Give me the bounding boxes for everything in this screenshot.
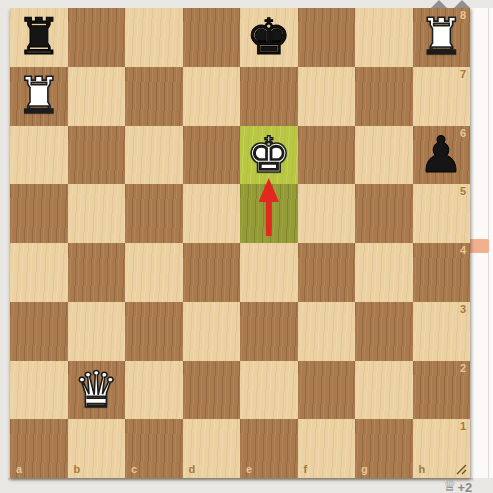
square-b6[interactable] xyxy=(68,126,126,185)
square-a3[interactable] xyxy=(10,302,68,361)
square-e7[interactable] xyxy=(240,67,298,126)
square-d5[interactable] xyxy=(183,184,241,243)
page-margin-bottom: ♕ +2 xyxy=(0,478,493,493)
file-label-c: c xyxy=(131,464,137,475)
square-f2[interactable] xyxy=(298,361,356,420)
piece-white-rook[interactable]: ♜ xyxy=(419,12,464,62)
square-g5[interactable] xyxy=(355,184,413,243)
square-h6[interactable]: ♟6 xyxy=(413,126,471,185)
square-a2[interactable] xyxy=(10,361,68,420)
file-label-d: d xyxy=(189,464,196,475)
move-list-highlight[interactable] xyxy=(470,239,489,253)
square-c3[interactable] xyxy=(125,302,183,361)
square-e4[interactable] xyxy=(240,243,298,302)
side-panel xyxy=(470,8,493,478)
square-f3[interactable] xyxy=(298,302,356,361)
square-b7[interactable] xyxy=(68,67,126,126)
material-advantage: ♕ +2 xyxy=(443,479,472,493)
captured-queen-icon: ♕ xyxy=(443,479,456,493)
material-advantage-value: +2 xyxy=(457,479,472,493)
square-g8[interactable] xyxy=(355,8,413,67)
square-g4[interactable] xyxy=(355,243,413,302)
square-h5[interactable]: 5 xyxy=(413,184,471,243)
square-a7[interactable]: ♜ xyxy=(10,67,68,126)
file-label-b: b xyxy=(74,464,81,475)
piece-white-king[interactable]: ♚ xyxy=(246,130,291,180)
file-label-g: g xyxy=(361,464,368,475)
square-h3[interactable]: 3 xyxy=(413,302,471,361)
square-f4[interactable] xyxy=(298,243,356,302)
square-b1[interactable]: b xyxy=(68,419,126,478)
square-d3[interactable] xyxy=(183,302,241,361)
square-g3[interactable] xyxy=(355,302,413,361)
square-b3[interactable] xyxy=(68,302,126,361)
square-c2[interactable] xyxy=(125,361,183,420)
rank-label-7: 7 xyxy=(460,69,466,80)
square-c6[interactable] xyxy=(125,126,183,185)
page-margin-top xyxy=(0,0,493,8)
chess-board[interactable]: ♜♚♜8♜7♚♟6543♛2abcdefgh1 xyxy=(10,8,470,478)
cutoff-piece-icon xyxy=(430,0,448,8)
square-d1[interactable]: d xyxy=(183,419,241,478)
square-c4[interactable] xyxy=(125,243,183,302)
square-d7[interactable] xyxy=(183,67,241,126)
rank-label-5: 5 xyxy=(460,186,466,197)
square-g2[interactable] xyxy=(355,361,413,420)
square-g7[interactable] xyxy=(355,67,413,126)
file-label-a: a xyxy=(16,464,22,475)
square-e6[interactable]: ♚ xyxy=(240,126,298,185)
square-c8[interactable] xyxy=(125,8,183,67)
square-f6[interactable] xyxy=(298,126,356,185)
square-a6[interactable] xyxy=(10,126,68,185)
square-c5[interactable] xyxy=(125,184,183,243)
piece-black-pawn[interactable]: ♟ xyxy=(419,130,464,180)
square-g1[interactable]: g xyxy=(355,419,413,478)
square-c7[interactable] xyxy=(125,67,183,126)
square-c1[interactable]: c xyxy=(125,419,183,478)
piece-white-rook[interactable]: ♜ xyxy=(16,71,61,121)
rank-label-2: 2 xyxy=(460,363,466,374)
square-e1[interactable]: e xyxy=(240,419,298,478)
square-f7[interactable] xyxy=(298,67,356,126)
piece-black-rook[interactable]: ♜ xyxy=(16,12,61,62)
file-label-f: f xyxy=(304,464,308,475)
piece-black-king[interactable]: ♚ xyxy=(246,12,291,62)
square-f8[interactable] xyxy=(298,8,356,67)
square-h2[interactable]: 2 xyxy=(413,361,471,420)
square-e5[interactable] xyxy=(240,184,298,243)
square-e8[interactable]: ♚ xyxy=(240,8,298,67)
square-e2[interactable] xyxy=(240,361,298,420)
square-h7[interactable]: 7 xyxy=(413,67,471,126)
square-a5[interactable] xyxy=(10,184,68,243)
board-resize-handle[interactable] xyxy=(454,462,467,475)
page-margin-left xyxy=(0,0,10,493)
square-f1[interactable]: f xyxy=(298,419,356,478)
square-b5[interactable] xyxy=(68,184,126,243)
square-g6[interactable] xyxy=(355,126,413,185)
square-b2[interactable]: ♛ xyxy=(68,361,126,420)
piece-white-queen[interactable]: ♛ xyxy=(74,365,119,415)
square-a1[interactable]: a xyxy=(10,419,68,478)
square-a8[interactable]: ♜ xyxy=(10,8,68,67)
cutoff-piece-icon xyxy=(453,0,471,8)
file-label-h: h xyxy=(419,464,426,475)
file-label-e: e xyxy=(246,464,252,475)
square-d8[interactable] xyxy=(183,8,241,67)
square-h4[interactable]: 4 xyxy=(413,243,471,302)
square-d6[interactable] xyxy=(183,126,241,185)
square-e3[interactable] xyxy=(240,302,298,361)
square-d2[interactable] xyxy=(183,361,241,420)
rank-label-4: 4 xyxy=(460,245,466,256)
square-a4[interactable] xyxy=(10,243,68,302)
square-d4[interactable] xyxy=(183,243,241,302)
rank-label-3: 3 xyxy=(460,304,466,315)
rank-label-1: 1 xyxy=(460,421,466,432)
square-h8[interactable]: ♜8 xyxy=(413,8,471,67)
square-b4[interactable] xyxy=(68,243,126,302)
square-b8[interactable] xyxy=(68,8,126,67)
square-f5[interactable] xyxy=(298,184,356,243)
